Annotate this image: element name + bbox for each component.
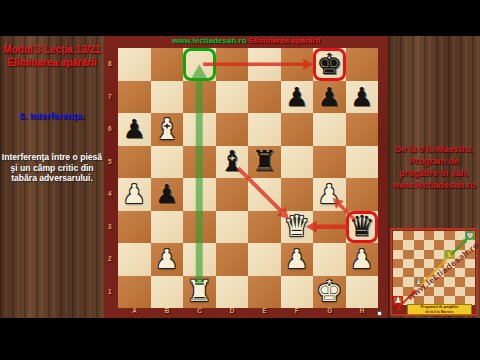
- square-c7[interactable]: [183, 81, 216, 114]
- square-h8[interactable]: [346, 48, 379, 81]
- square-h5[interactable]: [346, 146, 379, 179]
- black-bishop-d5[interactable]: ♝: [216, 146, 249, 179]
- square-h7[interactable]: ♟: [346, 81, 379, 114]
- white-pawn-b2[interactable]: ♟: [151, 243, 184, 276]
- square-b3[interactable]: [151, 211, 184, 244]
- square-f5[interactable]: [281, 146, 314, 179]
- rank-label-7: 7: [108, 93, 112, 100]
- rank-label-2: 2: [108, 255, 112, 262]
- square-c6[interactable]: [183, 113, 216, 146]
- promo-text: De la 0 la Maestru. Program de pregătire…: [388, 144, 480, 192]
- square-g8[interactable]: ♚: [313, 48, 346, 81]
- black-pawn-a6[interactable]: ♟: [118, 113, 151, 146]
- video-frame: Modul 3 Lecţia 13/21 Eliminarea apărării…: [0, 0, 480, 360]
- square-g4[interactable]: ♟: [313, 178, 346, 211]
- white-pawn-g4[interactable]: ♟: [313, 178, 346, 211]
- logo-banner: Programul de pregătire de la 0 la Maestr…: [407, 304, 472, 315]
- white-bishop-b6[interactable]: ♝: [151, 113, 184, 146]
- square-b6[interactable]: ♝: [151, 113, 184, 146]
- module-title: Modul 3 Lecţia 13/21 Eliminarea apărării: [0, 44, 104, 69]
- square-e3[interactable]: [248, 211, 281, 244]
- square-b1[interactable]: [151, 276, 184, 309]
- square-b4[interactable]: ♟: [151, 178, 184, 211]
- black-pawn-h7[interactable]: ♟: [346, 81, 379, 114]
- square-e6[interactable]: [248, 113, 281, 146]
- square-g2[interactable]: [313, 243, 346, 276]
- file-label-B: B: [165, 307, 170, 314]
- square-e4[interactable]: [248, 178, 281, 211]
- square-f7[interactable]: ♟: [281, 81, 314, 114]
- file-label-D: D: [230, 307, 235, 314]
- square-f8[interactable]: [281, 48, 314, 81]
- white-queen-f3[interactable]: ♛: [281, 211, 314, 244]
- square-a1[interactable]: [118, 276, 151, 309]
- square-f1[interactable]: [281, 276, 314, 309]
- right-panel: De la 0 la Maestru. Program de pregătire…: [388, 36, 480, 318]
- white-pawn-h2[interactable]: ♟: [346, 243, 379, 276]
- square-g6[interactable]: [313, 113, 346, 146]
- file-label-F: F: [295, 307, 299, 314]
- black-pawn-g7[interactable]: ♟: [313, 81, 346, 114]
- square-a8[interactable]: [118, 48, 151, 81]
- file-label-G: G: [327, 307, 332, 314]
- white-pawn-a4[interactable]: ♟: [118, 178, 151, 211]
- white-to-move-indicator: [377, 311, 382, 316]
- square-b5[interactable]: [151, 146, 184, 179]
- square-c5[interactable]: [183, 146, 216, 179]
- module-line1: Modul 3 Lecţia 13/21: [0, 44, 104, 57]
- square-a5[interactable]: [118, 146, 151, 179]
- square-e1[interactable]: [248, 276, 281, 309]
- rank-label-5: 5: [108, 158, 112, 165]
- square-e8[interactable]: [248, 48, 281, 81]
- program-logo: ♚♞♝♟ www.lectiadesah.ro ♟ Programul de p…: [390, 228, 478, 316]
- module-line2: Eliminarea apărării: [0, 57, 104, 70]
- square-h1[interactable]: [346, 276, 379, 309]
- white-king-g1[interactable]: ♚: [313, 276, 346, 309]
- file-label-C: C: [197, 307, 202, 314]
- square-g3[interactable]: [313, 211, 346, 244]
- promo-url: www.lectiadesah.ro: [388, 180, 480, 192]
- square-c2[interactable]: [183, 243, 216, 276]
- square-h2[interactable]: ♟: [346, 243, 379, 276]
- square-b2[interactable]: ♟: [151, 243, 184, 276]
- square-f2[interactable]: ♟: [281, 243, 314, 276]
- square-h3[interactable]: ♛: [346, 211, 379, 244]
- square-b7[interactable]: [151, 81, 184, 114]
- square-g7[interactable]: ♟: [313, 81, 346, 114]
- white-rook-c1[interactable]: ♜: [183, 276, 216, 309]
- square-f3[interactable]: ♛: [281, 211, 314, 244]
- square-c8[interactable]: [183, 48, 216, 81]
- square-g5[interactable]: [313, 146, 346, 179]
- square-d7[interactable]: [216, 81, 249, 114]
- square-c3[interactable]: [183, 211, 216, 244]
- rank-label-3: 3: [108, 223, 112, 230]
- board-header: www.lectiadesah.ro Eliminarea apărării: [104, 36, 388, 45]
- lesson-description: Interferenţa între o piesă şi un câmp cr…: [0, 152, 104, 184]
- logo-arrow-layer: [393, 231, 475, 305]
- square-e5[interactable]: ♜: [248, 146, 281, 179]
- square-d4[interactable]: [216, 178, 249, 211]
- chessboard[interactable]: ♚♟♟♟♟♝♝♜♟♟♟♛♛♟♟♟♜♚: [118, 48, 378, 308]
- square-d6[interactable]: [216, 113, 249, 146]
- black-king-g8[interactable]: ♚: [313, 48, 346, 81]
- red-pawn-icon: ♟: [394, 302, 403, 312]
- rank-label-4: 4: [108, 190, 112, 197]
- square-d3[interactable]: [216, 211, 249, 244]
- square-a6[interactable]: ♟: [118, 113, 151, 146]
- square-h4[interactable]: [346, 178, 379, 211]
- square-a4[interactable]: ♟: [118, 178, 151, 211]
- square-c1[interactable]: ♜: [183, 276, 216, 309]
- black-queen-h3[interactable]: ♛: [346, 211, 379, 244]
- square-d1[interactable]: [216, 276, 249, 309]
- square-g1[interactable]: ♚: [313, 276, 346, 309]
- square-c4[interactable]: [183, 178, 216, 211]
- file-label-A: A: [132, 307, 137, 314]
- white-pawn-f2[interactable]: ♟: [281, 243, 314, 276]
- chessboard-frame: www.lectiadesah.ro Eliminarea apărării ♚…: [104, 36, 388, 318]
- square-e7[interactable]: [248, 81, 281, 114]
- rank-label-6: 6: [108, 125, 112, 132]
- square-a2[interactable]: [118, 243, 151, 276]
- section-title: 5. Interferenţa.: [0, 110, 104, 122]
- square-b8[interactable]: [151, 48, 184, 81]
- black-rook-e5[interactable]: ♜: [248, 146, 281, 179]
- square-f4[interactable]: [281, 178, 314, 211]
- site-url: www.lectiadesah.ro: [172, 36, 246, 45]
- rank-label-8: 8: [108, 60, 112, 67]
- square-a3[interactable]: [118, 211, 151, 244]
- lesson-topic: Eliminarea apărării: [249, 36, 321, 45]
- square-h6[interactable]: [346, 113, 379, 146]
- rank-label-1: 1: [108, 288, 112, 295]
- square-d5[interactable]: ♝: [216, 146, 249, 179]
- black-pawn-f7[interactable]: ♟: [281, 81, 314, 114]
- square-d8[interactable]: [216, 48, 249, 81]
- left-panel: Modul 3 Lecţia 13/21 Eliminarea apărării…: [0, 36, 104, 318]
- black-pawn-b4[interactable]: ♟: [151, 178, 184, 211]
- file-label-H: H: [360, 307, 365, 314]
- square-d2[interactable]: [216, 243, 249, 276]
- file-label-E: E: [262, 307, 266, 314]
- square-f6[interactable]: [281, 113, 314, 146]
- square-e2[interactable]: [248, 243, 281, 276]
- square-a7[interactable]: [118, 81, 151, 114]
